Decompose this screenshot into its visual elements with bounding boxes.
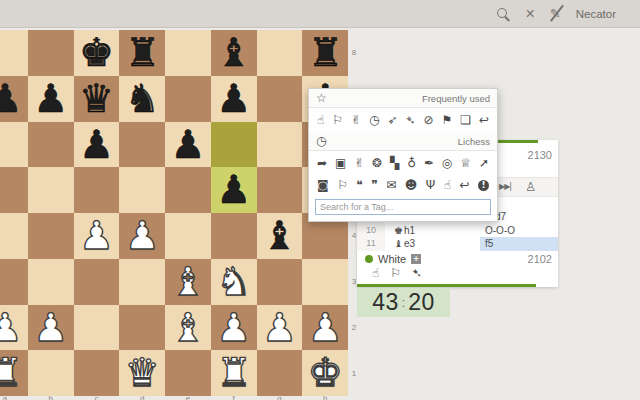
- banner-flag-icon[interactable]: ⚐: [337, 178, 348, 192]
- rank-label-8: 8: [349, 30, 359, 76]
- square-e6[interactable]: ♟: [165, 122, 211, 168]
- target-icon[interactable]: ◎: [442, 156, 452, 170]
- square-c3[interactable]: [74, 259, 120, 305]
- add-icon[interactable]: +: [411, 254, 421, 264]
- white-bishop-e2[interactable]: ♝: [165, 305, 211, 351]
- chess-board[interactable]: ♚♜♝♜♟♟♛♞♟♟♟♟♟♟♟♝♝♞♟♟♝♟♟♟♜♛♜♚: [0, 30, 348, 396]
- white-pawn-g2[interactable]: ♟: [257, 305, 303, 351]
- black-bishop-g4[interactable]: ♝: [257, 213, 303, 259]
- square-h3[interactable]: [302, 259, 348, 305]
- square-a1[interactable]: ♜: [0, 350, 28, 396]
- square-h8[interactable]: ♜: [302, 30, 348, 76]
- pencil-disabled-icon[interactable]: ✎: [550, 6, 561, 22]
- star-icon[interactable]: ☆: [316, 91, 327, 105]
- square-a2[interactable]: ♟: [0, 305, 28, 351]
- square-g8[interactable]: [257, 30, 303, 76]
- white-clock: 43 : 20: [357, 288, 450, 317]
- square-e1[interactable]: [165, 350, 211, 396]
- file-label-d: d: [119, 394, 165, 400]
- online-dot: [365, 255, 373, 263]
- white-queen-d1[interactable]: ♛: [119, 350, 165, 396]
- people-group-icon[interactable]: ☻: [405, 178, 418, 192]
- rank-label-1: 1: [349, 350, 359, 396]
- white-pawn-a2[interactable]: ♟: [0, 305, 28, 351]
- exit-icon[interactable]: ➦: [317, 156, 327, 170]
- thumbs-up-icon[interactable]: ☝: [444, 178, 451, 192]
- undo-arrow-icon[interactable]: ↩: [479, 113, 489, 127]
- white-move[interactable]: ♝e3: [385, 237, 480, 251]
- square-c1[interactable]: [74, 350, 120, 396]
- square-d2[interactable]: [119, 305, 165, 351]
- square-e3[interactable]: ♝: [165, 259, 211, 305]
- envelope-icon[interactable]: ✉: [386, 178, 396, 192]
- square-f6[interactable]: [211, 122, 257, 168]
- tag-search-input[interactable]: [315, 199, 491, 215]
- white-move[interactable]: ♚h1: [385, 224, 480, 238]
- white-pawn-h2[interactable]: ♟: [302, 305, 348, 351]
- exclamation-icon[interactable]: !: [478, 180, 489, 191]
- white-bishop-e3[interactable]: ♝: [165, 259, 211, 305]
- square-e5[interactable]: [165, 167, 211, 213]
- square-d6[interactable]: [119, 122, 165, 168]
- square-c5[interactable]: [74, 167, 120, 213]
- frequently-used-header: ☆ Frequently used: [309, 89, 497, 108]
- square-h2[interactable]: ♟: [302, 305, 348, 351]
- white-rating: 2102: [528, 253, 552, 265]
- black-pawn-b7[interactable]: ♟: [28, 76, 74, 122]
- clock-minutes: 43: [372, 289, 399, 316]
- lichess-icons-row1: ➦▣✌❂▚♁✒◎♕➚: [309, 151, 497, 175]
- white-king-h1[interactable]: ♚: [302, 350, 348, 396]
- square-d7[interactable]: ♞: [119, 76, 165, 122]
- square-b2[interactable]: ♟: [28, 305, 74, 351]
- trend-chart-icon[interactable]: ➚: [479, 156, 489, 170]
- top-bar-actions: × ✎ Necator: [496, 0, 616, 27]
- file-label-c: c: [74, 394, 120, 400]
- tag-picker-popup: ☆ Frequently used ☝⚐✌◷➶➴⊘⚑❏↩ ◷ Lichess ➦…: [308, 88, 498, 222]
- square-g4[interactable]: ♝: [257, 213, 303, 259]
- crown-icon[interactable]: ♕: [460, 156, 471, 170]
- square-f4[interactable]: [211, 213, 257, 259]
- white-pawn-d4[interactable]: ♟: [119, 213, 165, 259]
- square-f8[interactable]: ♝: [211, 30, 257, 76]
- quill-pen-icon[interactable]: ✒: [424, 156, 434, 170]
- rss-feed-icon[interactable]: ❂: [372, 156, 382, 170]
- turtle-icon[interactable]: ➴: [405, 113, 415, 127]
- square-b1[interactable]: [28, 350, 74, 396]
- square-a7[interactable]: ♟: [0, 76, 28, 122]
- white-pawn-f2[interactable]: ♟: [211, 305, 257, 351]
- square-e4[interactable]: [165, 213, 211, 259]
- square-c6[interactable]: ♟: [74, 122, 120, 168]
- chessboard-icon[interactable]: ▚: [390, 156, 399, 170]
- lichess-icons-row2: ◙⚐❝❞✉☻Ψ☝↩!: [309, 175, 497, 195]
- square-c8[interactable]: ♚: [74, 30, 120, 76]
- square-d1[interactable]: ♛: [119, 350, 165, 396]
- search-icon[interactable]: [496, 7, 510, 21]
- square-d8[interactable]: ♜: [119, 30, 165, 76]
- black-knight-d7[interactable]: ♞: [119, 76, 165, 122]
- black-rook-d8[interactable]: ♜: [119, 30, 165, 76]
- square-e2[interactable]: ♝: [165, 305, 211, 351]
- frequently-used-icons: ☝⚐✌◷➶➴⊘⚑❏↩: [309, 108, 497, 132]
- speech-bubble-icon[interactable]: ❝: [356, 178, 362, 192]
- flag-filled-icon[interactable]: ⚑: [441, 113, 452, 127]
- white-progress-bar: [357, 284, 536, 287]
- trophy-icon[interactable]: Ψ: [426, 178, 435, 192]
- square-b6[interactable]: [28, 122, 74, 168]
- square-b7[interactable]: ♟: [28, 76, 74, 122]
- file-label-e: e: [165, 394, 211, 400]
- challenge-arrow-icon[interactable]: ➷: [412, 266, 422, 280]
- thumbs-up-icon[interactable]: ☝: [317, 113, 324, 127]
- black-pawn-c6[interactable]: ♟: [74, 122, 120, 168]
- white-pawn-b2[interactable]: ♟: [28, 305, 74, 351]
- lichess-header: ◷ Lichess: [309, 132, 497, 151]
- white-player-row: White + 2102: [365, 251, 552, 266]
- white-rook-f1[interactable]: ♜: [211, 350, 257, 396]
- analysis-pawn-icon[interactable]: ♙: [525, 178, 536, 196]
- black-move[interactable]: f5: [480, 237, 558, 251]
- white-rook-a1[interactable]: ♜: [0, 350, 28, 396]
- square-f2[interactable]: ♟: [211, 305, 257, 351]
- file-label-g: g: [257, 394, 303, 400]
- globe-icon[interactable]: ♁: [407, 156, 416, 170]
- file-label-a: a: [0, 394, 28, 400]
- square-c4[interactable]: ♟: [74, 213, 120, 259]
- banner-flag-icon[interactable]: ⚐: [332, 113, 343, 127]
- square-f3[interactable]: ♞: [211, 259, 257, 305]
- square-g1[interactable]: [257, 350, 303, 396]
- clock-separator: :: [402, 296, 405, 310]
- lichess-label: Lichess: [458, 136, 490, 147]
- file-label-f: f: [211, 394, 257, 400]
- prohibited-icon[interactable]: ⊘: [423, 113, 433, 127]
- book-icon[interactable]: ❏: [460, 113, 471, 127]
- square-b3[interactable]: [28, 259, 74, 305]
- square-d3[interactable]: [119, 259, 165, 305]
- square-a4[interactable]: [0, 213, 28, 259]
- square-g7[interactable]: [257, 76, 303, 122]
- move-number: 10: [357, 224, 385, 238]
- speech-bubbles-icon[interactable]: ❞: [371, 178, 377, 192]
- banner-flag-icon[interactable]: ⚐: [390, 266, 401, 280]
- square-h1[interactable]: ♚: [302, 350, 348, 396]
- square-g3[interactable]: [257, 259, 303, 305]
- black-rating: 2130: [528, 149, 552, 161]
- undo-arrow-icon[interactable]: ↩: [459, 178, 469, 192]
- white-pawn-c4[interactable]: ♟: [74, 213, 120, 259]
- square-g2[interactable]: ♟: [257, 305, 303, 351]
- clock-icon[interactable]: ◷: [369, 113, 379, 127]
- player-actions: ☝⚐➷: [372, 266, 422, 280]
- square-c2[interactable]: [74, 305, 120, 351]
- square-b4[interactable]: [28, 213, 74, 259]
- square-d5[interactable]: [119, 167, 165, 213]
- lock-icon[interactable]: ◙: [317, 178, 329, 192]
- black-rook-h8[interactable]: ♜: [302, 30, 348, 76]
- black-king-c8[interactable]: ♚: [74, 30, 120, 76]
- square-b5[interactable]: [28, 167, 74, 213]
- black-bishop-f8[interactable]: ♝: [211, 30, 257, 76]
- square-e8[interactable]: [165, 30, 211, 76]
- hand-icon[interactable]: ✌: [351, 113, 361, 127]
- rabbit-icon[interactable]: ➶: [387, 113, 397, 127]
- file-label-b: b: [28, 394, 74, 400]
- square-g6[interactable]: [257, 122, 303, 168]
- square-f1[interactable]: ♜: [211, 350, 257, 396]
- hand-icon[interactable]: ✌: [354, 156, 364, 170]
- black-pawn-f5[interactable]: ♟: [211, 167, 257, 213]
- black-pawn-f7[interactable]: ♟: [211, 76, 257, 122]
- square-b8[interactable]: [28, 30, 74, 76]
- square-e7[interactable]: [165, 76, 211, 122]
- lichess-screen: × ✎ Necator ♚♜♝♜♟♟♛♞♟♟♟♟♟♟♟♝♝♞♟♟♝♟♟♟♜♛♜♚…: [0, 0, 640, 400]
- top-bar: × ✎ Necator: [0, 0, 640, 28]
- clock-seconds: 20: [408, 289, 435, 316]
- square-f7[interactable]: ♟: [211, 76, 257, 122]
- black-queen-c7[interactable]: ♛: [74, 76, 120, 122]
- square-f5[interactable]: ♟: [211, 167, 257, 213]
- black-pawn-e6[interactable]: ♟: [165, 122, 211, 168]
- frequently-used-label: Frequently used: [422, 93, 490, 104]
- black-move[interactable]: O-O-O: [480, 224, 558, 238]
- square-g5[interactable]: [257, 167, 303, 213]
- square-c7[interactable]: ♛: [74, 76, 120, 122]
- username[interactable]: Necator: [576, 8, 616, 20]
- black-pawn-a7[interactable]: ♟: [0, 76, 28, 122]
- square-a5[interactable]: [0, 167, 28, 213]
- search-handle: [505, 16, 510, 21]
- move-number: 11: [357, 237, 385, 251]
- move-row-11: 11♝e3f5: [357, 237, 558, 251]
- move-row-10: 10♚h1O-O-O: [357, 224, 558, 238]
- thumbs-up-icon[interactable]: ☝: [372, 266, 379, 280]
- white-player-name[interactable]: White: [378, 253, 406, 265]
- close-icon[interactable]: ×: [525, 6, 534, 22]
- file-label-h: h: [302, 394, 348, 400]
- square-a8[interactable]: [0, 30, 28, 76]
- stopwatch-icon[interactable]: ◷: [316, 134, 326, 148]
- square-a6[interactable]: [0, 122, 28, 168]
- white-knight-f3[interactable]: ♞: [211, 259, 257, 305]
- tv-icon[interactable]: ▣: [335, 156, 346, 170]
- skip-last-icon[interactable]: ▶▶|: [499, 178, 511, 196]
- square-d4[interactable]: ♟: [119, 213, 165, 259]
- file-coordinates: abcdefgh: [0, 394, 348, 400]
- square-a3[interactable]: [0, 259, 28, 305]
